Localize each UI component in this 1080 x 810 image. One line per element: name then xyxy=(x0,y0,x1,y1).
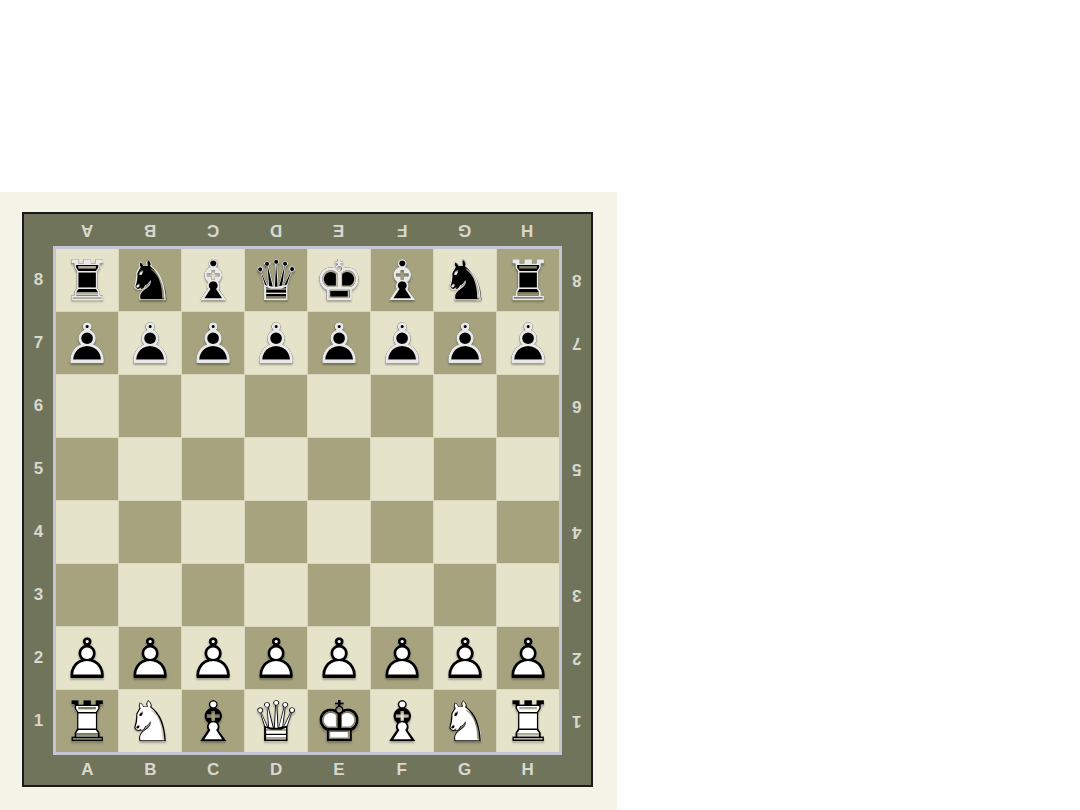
king-outline-icon: ♔ xyxy=(308,690,370,752)
piece-black-knight[interactable]: ♞♘ xyxy=(434,249,496,311)
file-top-label-text: D xyxy=(270,220,282,240)
piece-white-queen[interactable]: ♛♕ xyxy=(245,690,307,752)
piece-black-pawn[interactable]: ♟♙ xyxy=(182,312,244,374)
rank-left-label-text: 1 xyxy=(34,711,43,731)
square-c3[interactable] xyxy=(182,564,244,626)
file-bottom-label-text: B xyxy=(144,760,156,780)
square-e3[interactable] xyxy=(308,564,370,626)
piece-white-rook[interactable]: ♜♖ xyxy=(56,690,118,752)
square-e4[interactable] xyxy=(308,501,370,563)
piece-white-pawn[interactable]: ♟♙ xyxy=(497,627,559,689)
square-g4[interactable] xyxy=(434,501,496,563)
square-c6[interactable] xyxy=(182,375,244,437)
pawn-outline-icon: ♙ xyxy=(371,312,433,374)
square-a1[interactable]: ♜♖ xyxy=(56,690,118,752)
square-f2[interactable]: ♟♙ xyxy=(371,627,433,689)
queen-outline-icon: ♕ xyxy=(245,249,307,311)
square-h5[interactable] xyxy=(497,438,559,500)
piece-black-knight[interactable]: ♞♘ xyxy=(119,249,181,311)
square-a5[interactable] xyxy=(56,438,118,500)
piece-white-pawn[interactable]: ♟♙ xyxy=(182,627,244,689)
file-bottom-label-text: A xyxy=(81,760,93,780)
piece-white-pawn[interactable]: ♟♙ xyxy=(119,627,181,689)
file-bottom-label-d: D xyxy=(245,755,308,785)
file-top-label-text: E xyxy=(333,220,344,240)
square-e2[interactable]: ♟♙ xyxy=(308,627,370,689)
square-b7[interactable]: ♟♙ xyxy=(119,312,181,374)
piece-black-rook[interactable]: ♜♖ xyxy=(497,249,559,311)
square-b1[interactable]: ♞♘ xyxy=(119,690,181,752)
square-a2[interactable]: ♟♙ xyxy=(56,627,118,689)
file-top-label-e: E xyxy=(308,214,371,246)
square-d8[interactable]: ♛♕ xyxy=(245,249,307,311)
rank-right-label-7: 7 xyxy=(562,312,591,375)
square-h2[interactable]: ♟♙ xyxy=(497,627,559,689)
square-d5[interactable] xyxy=(245,438,307,500)
rook-outline-icon: ♖ xyxy=(56,249,118,311)
piece-white-pawn[interactable]: ♟♙ xyxy=(308,627,370,689)
piece-white-rook[interactable]: ♜♖ xyxy=(497,690,559,752)
rank-left-label-5: 5 xyxy=(24,438,53,501)
square-e5[interactable] xyxy=(308,438,370,500)
square-a6[interactable] xyxy=(56,375,118,437)
pawn-outline-icon: ♙ xyxy=(182,312,244,374)
square-h6[interactable] xyxy=(497,375,559,437)
rank-left-label-2: 2 xyxy=(24,626,53,689)
square-f6[interactable] xyxy=(371,375,433,437)
file-top-label-text: A xyxy=(81,220,93,240)
file-bottom-label-text: F xyxy=(397,760,407,780)
rook-outline-icon: ♖ xyxy=(497,249,559,311)
piece-black-pawn[interactable]: ♟♙ xyxy=(245,312,307,374)
rank-right-label-8: 8 xyxy=(562,249,591,312)
square-g5[interactable] xyxy=(434,438,496,500)
square-f4[interactable] xyxy=(371,501,433,563)
rank-left-label-text: 3 xyxy=(34,585,43,605)
chess-board: ♜♖♞♘♝♗♛♕♚♔♝♗♞♘♜♖♟♙♟♙♟♙♟♙♟♙♟♙♟♙♟♙♟♙♟♙♟♙♟♙… xyxy=(53,246,562,755)
file-top-label-c: C xyxy=(182,214,245,246)
file-bottom-label-f: F xyxy=(370,755,433,785)
square-b3[interactable] xyxy=(119,564,181,626)
rank-right-label-text: 1 xyxy=(572,711,581,731)
piece-black-pawn[interactable]: ♟♙ xyxy=(497,312,559,374)
pawn-outline-icon: ♙ xyxy=(119,627,181,689)
piece-black-rook[interactable]: ♜♖ xyxy=(56,249,118,311)
piece-black-pawn[interactable]: ♟♙ xyxy=(434,312,496,374)
square-g6[interactable] xyxy=(434,375,496,437)
rank-right-label-4: 4 xyxy=(562,501,591,564)
square-d7[interactable]: ♟♙ xyxy=(245,312,307,374)
square-g7[interactable]: ♟♙ xyxy=(434,312,496,374)
knight-outline-icon: ♘ xyxy=(119,249,181,311)
square-h4[interactable] xyxy=(497,501,559,563)
pawn-outline-icon: ♙ xyxy=(308,627,370,689)
bishop-outline-icon: ♗ xyxy=(182,249,244,311)
file-top-label-h: H xyxy=(496,214,559,246)
piece-white-pawn[interactable]: ♟♙ xyxy=(56,627,118,689)
pawn-outline-icon: ♙ xyxy=(182,627,244,689)
pawn-outline-icon: ♙ xyxy=(434,312,496,374)
pawn-outline-icon: ♙ xyxy=(308,312,370,374)
rank-right-label-text: 2 xyxy=(572,648,581,668)
piece-white-bishop[interactable]: ♝♗ xyxy=(371,690,433,752)
knight-outline-icon: ♘ xyxy=(434,249,496,311)
rank-left-label-8: 8 xyxy=(24,249,53,312)
square-c2[interactable]: ♟♙ xyxy=(182,627,244,689)
bishop-outline-icon: ♗ xyxy=(371,690,433,752)
file-top-label-a: A xyxy=(56,214,119,246)
piece-black-bishop[interactable]: ♝♗ xyxy=(182,249,244,311)
rank-right-label-text: 8 xyxy=(572,270,581,290)
square-a3[interactable] xyxy=(56,564,118,626)
pawn-outline-icon: ♙ xyxy=(245,627,307,689)
square-f3[interactable] xyxy=(371,564,433,626)
rank-labels-left: 87654321 xyxy=(24,249,53,752)
file-bottom-label-text: E xyxy=(333,760,344,780)
pawn-outline-icon: ♙ xyxy=(497,312,559,374)
file-top-label-f: F xyxy=(370,214,433,246)
square-e6[interactable] xyxy=(308,375,370,437)
square-h1[interactable]: ♜♖ xyxy=(497,690,559,752)
rank-left-label-4: 4 xyxy=(24,501,53,564)
rook-outline-icon: ♖ xyxy=(497,690,559,752)
square-h8[interactable]: ♜♖ xyxy=(497,249,559,311)
file-top-label-text: C xyxy=(207,220,219,240)
piece-black-pawn[interactable]: ♟♙ xyxy=(371,312,433,374)
bishop-outline-icon: ♗ xyxy=(182,690,244,752)
page: ABCDEFGH 87654321 ♜♖♞♘♝♗♛♕♚♔♝♗♞♘♜♖♟♙♟♙♟♙… xyxy=(0,0,1080,810)
piece-black-king[interactable]: ♚♔ xyxy=(308,249,370,311)
square-f7[interactable]: ♟♙ xyxy=(371,312,433,374)
square-g3[interactable] xyxy=(434,564,496,626)
rank-left-label-1: 1 xyxy=(24,689,53,752)
file-labels-bottom: ABCDEFGH xyxy=(56,755,559,785)
file-top-label-text: B xyxy=(144,220,156,240)
rank-left-label-3: 3 xyxy=(24,563,53,626)
file-bottom-label-a: A xyxy=(56,755,119,785)
file-top-label-g: G xyxy=(433,214,496,246)
file-bottom-label-text: G xyxy=(458,760,471,780)
file-bottom-label-text: H xyxy=(521,760,533,780)
piece-white-king[interactable]: ♚♔ xyxy=(308,690,370,752)
rank-right-label-text: 5 xyxy=(572,459,581,479)
square-g8[interactable]: ♞♘ xyxy=(434,249,496,311)
file-top-label-text: G xyxy=(458,220,471,240)
square-c4[interactable] xyxy=(182,501,244,563)
pawn-outline-icon: ♙ xyxy=(56,312,118,374)
square-f8[interactable]: ♝♗ xyxy=(371,249,433,311)
square-c5[interactable] xyxy=(182,438,244,500)
rank-right-label-text: 3 xyxy=(572,585,581,605)
file-bottom-label-c: C xyxy=(182,755,245,785)
square-d4[interactable] xyxy=(245,501,307,563)
rank-left-label-7: 7 xyxy=(24,312,53,375)
queen-outline-icon: ♕ xyxy=(245,690,307,752)
piece-black-pawn[interactable]: ♟♙ xyxy=(56,312,118,374)
rank-left-label-6: 6 xyxy=(24,375,53,438)
square-h7[interactable]: ♟♙ xyxy=(497,312,559,374)
piece-black-queen[interactable]: ♛♕ xyxy=(245,249,307,311)
square-g2[interactable]: ♟♙ xyxy=(434,627,496,689)
square-g1[interactable]: ♞♘ xyxy=(434,690,496,752)
square-e1[interactable]: ♚♔ xyxy=(308,690,370,752)
square-c1[interactable]: ♝♗ xyxy=(182,690,244,752)
square-b6[interactable] xyxy=(119,375,181,437)
square-b5[interactable] xyxy=(119,438,181,500)
rank-left-label-text: 7 xyxy=(34,333,43,353)
square-b8[interactable]: ♞♘ xyxy=(119,249,181,311)
piece-black-pawn[interactable]: ♟♙ xyxy=(119,312,181,374)
square-e7[interactable]: ♟♙ xyxy=(308,312,370,374)
piece-white-bishop[interactable]: ♝♗ xyxy=(182,690,244,752)
rank-right-label-6: 6 xyxy=(562,375,591,438)
pawn-outline-icon: ♙ xyxy=(371,627,433,689)
file-top-label-text: H xyxy=(521,220,533,240)
square-d3[interactable] xyxy=(245,564,307,626)
square-h3[interactable] xyxy=(497,564,559,626)
file-bottom-label-g: G xyxy=(433,755,496,785)
square-d6[interactable] xyxy=(245,375,307,437)
piece-white-pawn[interactable]: ♟♙ xyxy=(245,627,307,689)
square-b4[interactable] xyxy=(119,501,181,563)
piece-white-knight[interactable]: ♞♘ xyxy=(434,690,496,752)
rank-right-label-3: 3 xyxy=(562,563,591,626)
square-a8[interactable]: ♜♖ xyxy=(56,249,118,311)
file-bottom-label-text: C xyxy=(207,760,219,780)
rank-right-label-text: 4 xyxy=(572,522,581,542)
rank-right-label-5: 5 xyxy=(562,438,591,501)
rook-outline-icon: ♖ xyxy=(56,690,118,752)
rank-left-label-text: 6 xyxy=(34,396,43,416)
pawn-outline-icon: ♙ xyxy=(119,312,181,374)
file-top-label-text: F xyxy=(397,220,407,240)
file-bottom-label-h: H xyxy=(496,755,559,785)
piece-white-pawn[interactable]: ♟♙ xyxy=(434,627,496,689)
file-top-label-d: D xyxy=(245,214,308,246)
pawn-outline-icon: ♙ xyxy=(56,627,118,689)
rank-right-label-text: 7 xyxy=(572,333,581,353)
rank-left-label-text: 2 xyxy=(34,648,43,668)
square-b2[interactable]: ♟♙ xyxy=(119,627,181,689)
rank-right-label-1: 1 xyxy=(562,689,591,752)
square-e8[interactable]: ♚♔ xyxy=(308,249,370,311)
rank-right-label-text: 6 xyxy=(572,396,581,416)
pawn-outline-icon: ♙ xyxy=(434,627,496,689)
pawn-outline-icon: ♙ xyxy=(245,312,307,374)
file-bottom-label-e: E xyxy=(308,755,371,785)
square-c8[interactable]: ♝♗ xyxy=(182,249,244,311)
rank-left-label-text: 8 xyxy=(34,270,43,290)
rank-left-label-text: 4 xyxy=(34,522,43,542)
bishop-outline-icon: ♗ xyxy=(371,249,433,311)
square-f1[interactable]: ♝♗ xyxy=(371,690,433,752)
square-c7[interactable]: ♟♙ xyxy=(182,312,244,374)
piece-black-pawn[interactable]: ♟♙ xyxy=(308,312,370,374)
square-a7[interactable]: ♟♙ xyxy=(56,312,118,374)
pawn-outline-icon: ♙ xyxy=(497,627,559,689)
king-outline-icon: ♔ xyxy=(308,249,370,311)
piece-white-pawn[interactable]: ♟♙ xyxy=(371,627,433,689)
rank-labels-right: 87654321 xyxy=(562,249,591,752)
square-d2[interactable]: ♟♙ xyxy=(245,627,307,689)
knight-outline-icon: ♘ xyxy=(434,690,496,752)
square-a4[interactable] xyxy=(56,501,118,563)
knight-outline-icon: ♘ xyxy=(119,690,181,752)
rank-left-label-text: 5 xyxy=(34,459,43,479)
file-bottom-label-b: B xyxy=(119,755,182,785)
square-f5[interactable] xyxy=(371,438,433,500)
piece-white-knight[interactable]: ♞♘ xyxy=(119,690,181,752)
chess-board-frame: ABCDEFGH 87654321 ♜♖♞♘♝♗♛♕♚♔♝♗♞♘♜♖♟♙♟♙♟♙… xyxy=(22,212,593,787)
file-labels-top: ABCDEFGH xyxy=(56,214,559,246)
square-d1[interactable]: ♛♕ xyxy=(245,690,307,752)
file-bottom-label-text: D xyxy=(270,760,282,780)
piece-black-bishop[interactable]: ♝♗ xyxy=(371,249,433,311)
file-top-label-b: B xyxy=(119,214,182,246)
rank-right-label-2: 2 xyxy=(562,626,591,689)
